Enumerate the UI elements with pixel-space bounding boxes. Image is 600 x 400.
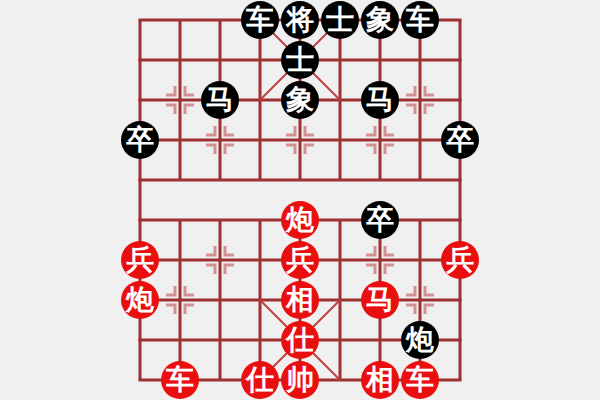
piece-black-pawn[interactable]: 卒 [361, 201, 399, 239]
piece-black-chariot[interactable]: 车 [241, 1, 279, 39]
piece-red-chariot[interactable]: 车 [401, 361, 439, 399]
xiangqi-board[interactable]: 车将士象车士马象马卒卒炮卒兵兵兵炮相马仕炮车仕帅相车 [0, 0, 600, 400]
piece-red-elephant[interactable]: 相 [361, 361, 399, 399]
piece-red-chariot[interactable]: 车 [161, 361, 199, 399]
piece-red-pawn[interactable]: 兵 [441, 241, 479, 279]
piece-black-chariot[interactable]: 车 [401, 1, 439, 39]
piece-red-general[interactable]: 帅 [281, 361, 319, 399]
piece-black-general[interactable]: 将 [281, 1, 319, 39]
piece-black-advisor[interactable]: 士 [281, 41, 319, 79]
piece-black-elephant[interactable]: 象 [281, 81, 319, 119]
piece-black-horse[interactable]: 马 [201, 81, 239, 119]
piece-red-elephant[interactable]: 相 [281, 281, 319, 319]
piece-black-elephant[interactable]: 象 [361, 1, 399, 39]
piece-red-advisor[interactable]: 仕 [281, 321, 319, 359]
piece-red-advisor[interactable]: 仕 [241, 361, 279, 399]
piece-black-advisor[interactable]: 士 [321, 1, 359, 39]
piece-red-cannon[interactable]: 炮 [121, 281, 159, 319]
piece-black-horse[interactable]: 马 [361, 81, 399, 119]
pieces-layer: 车将士象车士马象马卒卒炮卒兵兵兵炮相马仕炮车仕帅相车 [0, 0, 600, 400]
piece-red-pawn[interactable]: 兵 [281, 241, 319, 279]
piece-red-pawn[interactable]: 兵 [121, 241, 159, 279]
piece-red-horse[interactable]: 马 [361, 281, 399, 319]
piece-red-cannon[interactable]: 炮 [281, 201, 319, 239]
piece-black-cannon[interactable]: 炮 [401, 321, 439, 359]
piece-black-pawn[interactable]: 卒 [441, 121, 479, 159]
piece-black-pawn[interactable]: 卒 [121, 121, 159, 159]
